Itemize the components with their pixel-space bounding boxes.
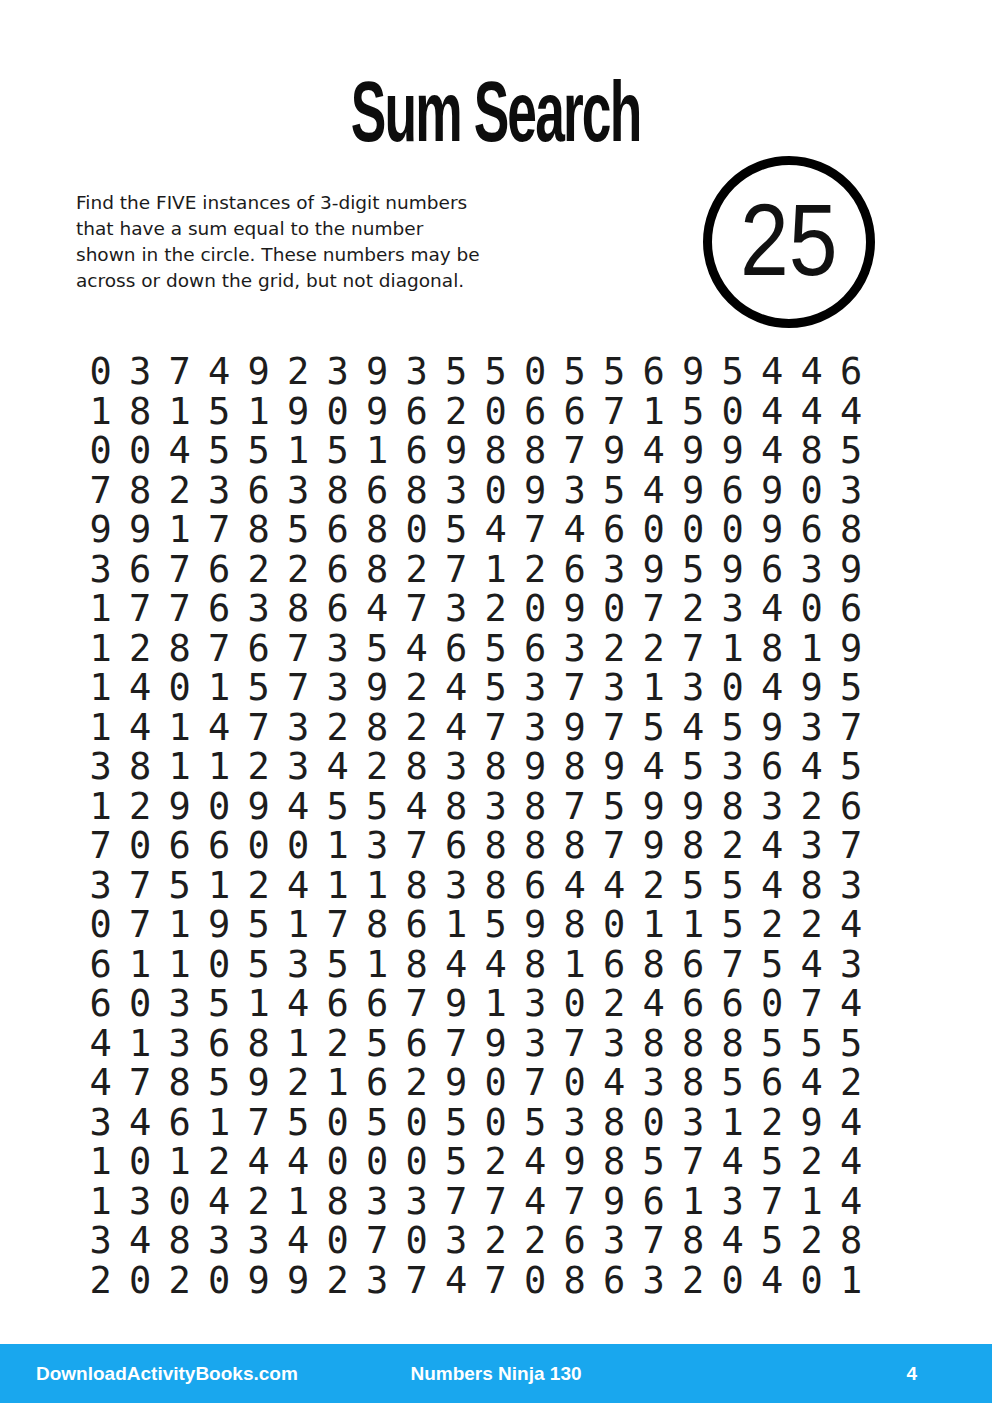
grid-cell[interactable]: 7 — [476, 708, 516, 748]
grid-cell[interactable]: 5 — [476, 668, 516, 708]
grid-cell[interactable]: 6 — [200, 589, 240, 629]
grid-cell[interactable]: 8 — [397, 471, 437, 511]
grid-cell[interactable]: 4 — [634, 747, 674, 787]
grid-cell[interactable]: 4 — [713, 1142, 753, 1182]
grid-cell[interactable]: 6 — [200, 550, 240, 590]
grid-cell[interactable]: 7 — [358, 1221, 398, 1261]
grid-cell[interactable]: 6 — [832, 352, 872, 392]
grid-cell[interactable]: 6 — [792, 510, 832, 550]
grid-cell[interactable]: 4 — [832, 984, 872, 1024]
grid-cell[interactable]: 7 — [121, 866, 161, 906]
grid-cell[interactable]: 8 — [121, 471, 161, 511]
grid-cell[interactable]: 5 — [358, 629, 398, 669]
grid-cell[interactable]: 0 — [121, 826, 161, 866]
grid-cell[interactable]: 9 — [634, 826, 674, 866]
grid-cell[interactable]: 5 — [239, 668, 279, 708]
grid-cell[interactable]: 3 — [358, 1182, 398, 1222]
grid-cell[interactable]: 9 — [792, 1103, 832, 1143]
grid-cell[interactable]: 5 — [792, 1024, 832, 1064]
grid-cell[interactable]: 0 — [200, 787, 240, 827]
grid-cell[interactable]: 3 — [753, 787, 793, 827]
grid-cell[interactable]: 5 — [595, 787, 635, 827]
grid-cell[interactable]: 0 — [753, 984, 793, 1024]
grid-cell[interactable]: 4 — [397, 787, 437, 827]
grid-cell[interactable]: 9 — [516, 471, 556, 511]
grid-cell[interactable]: 7 — [397, 589, 437, 629]
grid-cell[interactable]: 1 — [160, 945, 200, 985]
grid-cell[interactable]: 0 — [318, 1221, 358, 1261]
grid-cell[interactable]: 4 — [634, 984, 674, 1024]
grid-cell[interactable]: 0 — [318, 392, 358, 432]
grid-cell[interactable]: 0 — [476, 471, 516, 511]
grid-cell[interactable]: 1 — [358, 431, 398, 471]
grid-cell[interactable]: 3 — [318, 668, 358, 708]
grid-cell[interactable]: 7 — [437, 550, 477, 590]
grid-cell[interactable]: 0 — [595, 589, 635, 629]
grid-cell[interactable]: 4 — [674, 708, 714, 748]
grid-cell[interactable]: 6 — [634, 1182, 674, 1222]
grid-cell[interactable]: 1 — [200, 668, 240, 708]
grid-cell[interactable]: 3 — [279, 747, 319, 787]
grid-cell[interactable]: 8 — [516, 945, 556, 985]
grid-cell[interactable]: 4 — [397, 629, 437, 669]
grid-cell[interactable]: 4 — [792, 352, 832, 392]
grid-cell[interactable]: 5 — [279, 1103, 319, 1143]
grid-cell[interactable]: 8 — [476, 866, 516, 906]
grid-cell[interactable]: 3 — [437, 1221, 477, 1261]
grid-cell[interactable]: 4 — [437, 945, 477, 985]
grid-cell[interactable]: 5 — [595, 352, 635, 392]
grid-cell[interactable]: 3 — [81, 1103, 121, 1143]
grid-cell[interactable]: 3 — [437, 747, 477, 787]
grid-cell[interactable]: 0 — [516, 589, 556, 629]
grid-cell[interactable]: 8 — [792, 866, 832, 906]
grid-cell[interactable]: 4 — [792, 1063, 832, 1103]
grid-cell[interactable]: 5 — [200, 984, 240, 1024]
grid-cell[interactable]: 6 — [397, 905, 437, 945]
grid-cell[interactable]: 4 — [832, 1182, 872, 1222]
grid-cell[interactable]: 9 — [753, 708, 793, 748]
grid-cell[interactable]: 3 — [555, 1103, 595, 1143]
grid-cell[interactable]: 4 — [595, 866, 635, 906]
grid-cell[interactable]: 3 — [81, 747, 121, 787]
grid-cell[interactable]: 7 — [318, 905, 358, 945]
grid-cell[interactable]: 5 — [358, 1103, 398, 1143]
grid-cell[interactable]: 8 — [476, 826, 516, 866]
grid-cell[interactable]: 2 — [595, 629, 635, 669]
grid-cell[interactable]: 9 — [516, 747, 556, 787]
grid-cell[interactable]: 1 — [792, 629, 832, 669]
grid-cell[interactable]: 2 — [476, 589, 516, 629]
grid-cell[interactable]: 7 — [81, 826, 121, 866]
grid-cell[interactable]: 7 — [437, 1182, 477, 1222]
grid-cell[interactable]: 5 — [358, 787, 398, 827]
grid-cell[interactable]: 7 — [516, 510, 556, 550]
grid-cell[interactable]: 9 — [279, 392, 319, 432]
grid-cell[interactable]: 1 — [358, 866, 398, 906]
grid-cell[interactable]: 4 — [753, 826, 793, 866]
grid-cell[interactable]: 5 — [753, 1024, 793, 1064]
grid-cell[interactable]: 4 — [832, 392, 872, 432]
grid-cell[interactable]: 0 — [792, 589, 832, 629]
grid-cell[interactable]: 2 — [81, 1261, 121, 1301]
grid-cell[interactable]: 6 — [160, 1103, 200, 1143]
grid-cell[interactable]: 6 — [239, 629, 279, 669]
grid-cell[interactable]: 8 — [239, 1024, 279, 1064]
grid-cell[interactable]: 3 — [674, 668, 714, 708]
grid-cell[interactable]: 7 — [595, 826, 635, 866]
grid-cell[interactable]: 6 — [200, 826, 240, 866]
grid-cell[interactable]: 2 — [397, 550, 437, 590]
grid-cell[interactable]: 2 — [121, 629, 161, 669]
grid-cell[interactable]: 7 — [832, 826, 872, 866]
grid-cell[interactable]: 7 — [476, 1182, 516, 1222]
grid-cell[interactable]: 1 — [318, 826, 358, 866]
grid-cell[interactable]: 0 — [476, 1103, 516, 1143]
grid-cell[interactable]: 3 — [792, 550, 832, 590]
grid-cell[interactable]: 2 — [516, 1221, 556, 1261]
grid-cell[interactable]: 0 — [713, 1261, 753, 1301]
grid-cell[interactable]: 9 — [634, 787, 674, 827]
grid-cell[interactable]: 5 — [595, 471, 635, 511]
grid-cell[interactable]: 8 — [634, 1024, 674, 1064]
grid-cell[interactable]: 2 — [476, 1221, 516, 1261]
grid-cell[interactable]: 6 — [555, 392, 595, 432]
grid-cell[interactable]: 4 — [279, 984, 319, 1024]
grid-cell[interactable]: 8 — [753, 629, 793, 669]
grid-cell[interactable]: 4 — [634, 431, 674, 471]
grid-cell[interactable]: 0 — [200, 1261, 240, 1301]
grid-cell[interactable]: 7 — [160, 589, 200, 629]
grid-cell[interactable]: 5 — [200, 392, 240, 432]
grid-cell[interactable]: 0 — [397, 510, 437, 550]
grid-cell[interactable]: 2 — [160, 471, 200, 511]
grid-cell[interactable]: 4 — [437, 1261, 477, 1301]
grid-cell[interactable]: 2 — [595, 984, 635, 1024]
grid-cell[interactable]: 3 — [516, 668, 556, 708]
grid-cell[interactable]: 8 — [476, 431, 516, 471]
grid-cell[interactable]: 2 — [239, 747, 279, 787]
grid-cell[interactable]: 4 — [476, 510, 516, 550]
grid-cell[interactable]: 3 — [595, 668, 635, 708]
grid-cell[interactable]: 7 — [397, 1261, 437, 1301]
grid-cell[interactable]: 9 — [555, 589, 595, 629]
grid-cell[interactable]: 9 — [713, 550, 753, 590]
grid-cell[interactable]: 7 — [674, 629, 714, 669]
grid-cell[interactable]: 1 — [279, 1024, 319, 1064]
grid-cell[interactable]: 4 — [713, 1221, 753, 1261]
grid-cell[interactable]: 8 — [397, 866, 437, 906]
grid-cell[interactable]: 3 — [397, 1182, 437, 1222]
grid-cell[interactable]: 8 — [121, 392, 161, 432]
grid-cell[interactable]: 8 — [516, 826, 556, 866]
grid-cell[interactable]: 6 — [437, 629, 477, 669]
grid-cell[interactable]: 5 — [674, 866, 714, 906]
grid-cell[interactable]: 5 — [239, 945, 279, 985]
grid-cell[interactable]: 8 — [160, 1063, 200, 1103]
grid-cell[interactable]: 8 — [555, 747, 595, 787]
grid-cell[interactable]: 0 — [516, 1261, 556, 1301]
grid-cell[interactable]: 7 — [121, 1063, 161, 1103]
grid-cell[interactable]: 6 — [753, 550, 793, 590]
grid-cell[interactable]: 5 — [555, 352, 595, 392]
grid-cell[interactable]: 6 — [516, 629, 556, 669]
grid-cell[interactable]: 5 — [437, 352, 477, 392]
grid-cell[interactable]: 6 — [832, 787, 872, 827]
grid-cell[interactable]: 5 — [318, 431, 358, 471]
grid-cell[interactable]: 9 — [595, 431, 635, 471]
grid-cell[interactable]: 3 — [595, 550, 635, 590]
grid-cell[interactable]: 2 — [358, 747, 398, 787]
grid-cell[interactable]: 7 — [476, 1261, 516, 1301]
grid-cell[interactable]: 8 — [358, 510, 398, 550]
grid-cell[interactable]: 9 — [753, 471, 793, 511]
grid-cell[interactable]: 6 — [81, 984, 121, 1024]
grid-cell[interactable]: 2 — [397, 1063, 437, 1103]
grid-cell[interactable]: 2 — [239, 866, 279, 906]
grid-cell[interactable]: 2 — [279, 352, 319, 392]
grid-cell[interactable]: 8 — [555, 1261, 595, 1301]
grid-cell[interactable]: 4 — [279, 787, 319, 827]
grid-cell[interactable]: 0 — [81, 431, 121, 471]
grid-cell[interactable]: 9 — [516, 905, 556, 945]
grid-cell[interactable]: 7 — [397, 826, 437, 866]
grid-cell[interactable]: 3 — [81, 1221, 121, 1261]
grid-cell[interactable]: 8 — [674, 1024, 714, 1064]
grid-cell[interactable]: 4 — [200, 352, 240, 392]
grid-cell[interactable]: 3 — [792, 826, 832, 866]
grid-cell[interactable]: 1 — [160, 708, 200, 748]
grid-cell[interactable]: 1 — [81, 629, 121, 669]
grid-cell[interactable]: 5 — [200, 1063, 240, 1103]
grid-cell[interactable]: 7 — [200, 629, 240, 669]
grid-cell[interactable]: 2 — [753, 1103, 793, 1143]
grid-cell[interactable]: 8 — [832, 1221, 872, 1261]
grid-cell[interactable]: 3 — [437, 589, 477, 629]
grid-cell[interactable]: 4 — [753, 431, 793, 471]
grid-cell[interactable]: 1 — [160, 392, 200, 432]
grid-cell[interactable]: 7 — [792, 984, 832, 1024]
grid-cell[interactable]: 2 — [239, 1182, 279, 1222]
grid-cell[interactable]: 2 — [318, 1261, 358, 1301]
grid-cell[interactable]: 4 — [279, 1142, 319, 1182]
grid-cell[interactable]: 0 — [239, 826, 279, 866]
grid-cell[interactable]: 6 — [318, 589, 358, 629]
grid-cell[interactable]: 2 — [792, 905, 832, 945]
grid-cell[interactable]: 3 — [713, 747, 753, 787]
grid-cell[interactable]: 3 — [792, 708, 832, 748]
grid-cell[interactable]: 9 — [674, 471, 714, 511]
grid-cell[interactable]: 4 — [832, 1103, 872, 1143]
grid-cell[interactable]: 2 — [792, 787, 832, 827]
grid-cell[interactable]: 7 — [555, 431, 595, 471]
grid-cell[interactable]: 9 — [792, 668, 832, 708]
grid-cell[interactable]: 1 — [555, 945, 595, 985]
grid-cell[interactable]: 4 — [437, 668, 477, 708]
grid-cell[interactable]: 3 — [713, 589, 753, 629]
grid-cell[interactable]: 0 — [397, 1103, 437, 1143]
grid-cell[interactable]: 5 — [200, 431, 240, 471]
grid-cell[interactable]: 5 — [318, 945, 358, 985]
grid-cell[interactable]: 6 — [239, 471, 279, 511]
grid-cell[interactable]: 6 — [121, 550, 161, 590]
grid-cell[interactable]: 5 — [358, 1024, 398, 1064]
grid-cell[interactable]: 3 — [555, 629, 595, 669]
grid-cell[interactable]: 9 — [595, 1182, 635, 1222]
grid-cell[interactable]: 1 — [792, 1182, 832, 1222]
grid-cell[interactable]: 3 — [437, 866, 477, 906]
grid-cell[interactable]: 4 — [476, 945, 516, 985]
grid-cell[interactable]: 9 — [358, 352, 398, 392]
grid-cell[interactable]: 6 — [595, 1261, 635, 1301]
grid-cell[interactable]: 0 — [634, 1103, 674, 1143]
grid-cell[interactable]: 4 — [318, 747, 358, 787]
grid-cell[interactable]: 9 — [81, 510, 121, 550]
grid-cell[interactable]: 1 — [81, 787, 121, 827]
grid-cell[interactable]: 3 — [713, 1182, 753, 1222]
grid-cell[interactable]: 3 — [239, 589, 279, 629]
grid-cell[interactable]: 3 — [81, 866, 121, 906]
grid-cell[interactable]: 9 — [358, 668, 398, 708]
grid-cell[interactable]: 9 — [595, 747, 635, 787]
grid-cell[interactable]: 3 — [81, 550, 121, 590]
grid-cell[interactable]: 1 — [160, 905, 200, 945]
grid-cell[interactable]: 7 — [595, 392, 635, 432]
grid-cell[interactable]: 8 — [476, 747, 516, 787]
grid-cell[interactable]: 2 — [160, 1261, 200, 1301]
grid-cell[interactable]: 5 — [713, 1063, 753, 1103]
grid-cell[interactable]: 4 — [358, 589, 398, 629]
grid-cell[interactable]: 1 — [437, 905, 477, 945]
grid-cell[interactable]: 1 — [200, 747, 240, 787]
grid-cell[interactable]: 1 — [160, 510, 200, 550]
grid-cell[interactable]: 3 — [832, 471, 872, 511]
grid-cell[interactable]: 5 — [476, 629, 516, 669]
grid-cell[interactable]: 8 — [674, 1221, 714, 1261]
grid-cell[interactable]: 4 — [121, 668, 161, 708]
grid-cell[interactable]: 2 — [239, 550, 279, 590]
grid-cell[interactable]: 4 — [753, 392, 793, 432]
grid-cell[interactable]: 1 — [634, 668, 674, 708]
grid-cell[interactable]: 2 — [437, 392, 477, 432]
grid-cell[interactable]: 0 — [792, 1261, 832, 1301]
grid-cell[interactable]: 0 — [121, 1142, 161, 1182]
grid-cell[interactable]: 8 — [279, 589, 319, 629]
grid-cell[interactable]: 7 — [160, 352, 200, 392]
grid-cell[interactable]: 8 — [318, 471, 358, 511]
grid-cell[interactable]: 0 — [476, 392, 516, 432]
grid-cell[interactable]: 0 — [318, 1142, 358, 1182]
grid-cell[interactable]: 4 — [792, 747, 832, 787]
grid-cell[interactable]: 3 — [318, 629, 358, 669]
grid-cell[interactable]: 8 — [713, 787, 753, 827]
grid-cell[interactable]: 1 — [81, 708, 121, 748]
grid-cell[interactable]: 8 — [397, 945, 437, 985]
grid-cell[interactable]: 1 — [318, 866, 358, 906]
grid-cell[interactable]: 6 — [516, 392, 556, 432]
grid-cell[interactable]: 6 — [318, 510, 358, 550]
grid-cell[interactable]: 1 — [279, 1182, 319, 1222]
grid-cell[interactable]: 9 — [634, 550, 674, 590]
grid-cell[interactable]: 7 — [121, 905, 161, 945]
grid-cell[interactable]: 5 — [753, 1142, 793, 1182]
grid-cell[interactable]: 4 — [832, 1142, 872, 1182]
grid-cell[interactable]: 3 — [832, 866, 872, 906]
grid-cell[interactable]: 5 — [239, 905, 279, 945]
grid-cell[interactable]: 1 — [279, 431, 319, 471]
grid-cell[interactable]: 0 — [792, 471, 832, 511]
grid-cell[interactable]: 0 — [397, 1221, 437, 1261]
grid-cell[interactable]: 2 — [713, 826, 753, 866]
grid-cell[interactable]: 9 — [437, 1063, 477, 1103]
grid-cell[interactable]: 6 — [555, 1221, 595, 1261]
grid-cell[interactable]: 4 — [200, 708, 240, 748]
grid-cell[interactable]: 0 — [516, 352, 556, 392]
grid-cell[interactable]: 5 — [713, 708, 753, 748]
grid-cell[interactable]: 9 — [555, 1142, 595, 1182]
grid-cell[interactable]: 4 — [81, 1063, 121, 1103]
grid-cell[interactable]: 6 — [397, 431, 437, 471]
grid-cell[interactable]: 0 — [279, 826, 319, 866]
grid-cell[interactable]: 6 — [713, 471, 753, 511]
grid-cell[interactable]: 8 — [516, 431, 556, 471]
grid-cell[interactable]: 8 — [397, 747, 437, 787]
grid-cell[interactable]: 3 — [595, 1024, 635, 1064]
grid-cell[interactable]: 2 — [634, 629, 674, 669]
grid-cell[interactable]: 6 — [555, 550, 595, 590]
grid-cell[interactable]: 0 — [713, 668, 753, 708]
grid-cell[interactable]: 4 — [516, 1142, 556, 1182]
grid-cell[interactable]: 3 — [674, 1103, 714, 1143]
grid-cell[interactable]: 5 — [437, 1103, 477, 1143]
grid-cell[interactable]: 0 — [121, 431, 161, 471]
grid-cell[interactable]: 6 — [358, 471, 398, 511]
grid-cell[interactable]: 8 — [674, 1063, 714, 1103]
grid-cell[interactable]: 1 — [160, 747, 200, 787]
grid-cell[interactable]: 5 — [516, 1103, 556, 1143]
grid-cell[interactable]: 1 — [476, 984, 516, 1024]
grid-cell[interactable]: 8 — [437, 787, 477, 827]
grid-cell[interactable]: 2 — [516, 550, 556, 590]
grid-cell[interactable]: 4 — [279, 866, 319, 906]
grid-cell[interactable]: 3 — [358, 1261, 398, 1301]
grid-cell[interactable]: 6 — [753, 1063, 793, 1103]
grid-cell[interactable]: 2 — [318, 1024, 358, 1064]
grid-cell[interactable]: 1 — [832, 1261, 872, 1301]
grid-cell[interactable]: 7 — [674, 1142, 714, 1182]
grid-cell[interactable]: 5 — [437, 510, 477, 550]
grid-cell[interactable]: 3 — [279, 708, 319, 748]
grid-cell[interactable]: 2 — [397, 708, 437, 748]
grid-cell[interactable]: 0 — [595, 905, 635, 945]
grid-cell[interactable]: 1 — [674, 905, 714, 945]
grid-cell[interactable]: 2 — [318, 708, 358, 748]
grid-cell[interactable]: 3 — [160, 984, 200, 1024]
grid-cell[interactable]: 6 — [595, 945, 635, 985]
grid-cell[interactable]: 5 — [753, 945, 793, 985]
grid-cell[interactable]: 3 — [555, 471, 595, 511]
grid-cell[interactable]: 4 — [753, 668, 793, 708]
grid-cell[interactable]: 1 — [200, 866, 240, 906]
grid-cell[interactable]: 9 — [437, 984, 477, 1024]
grid-cell[interactable]: 5 — [753, 1221, 793, 1261]
grid-cell[interactable]: 4 — [239, 1142, 279, 1182]
grid-cell[interactable]: 9 — [121, 510, 161, 550]
grid-cell[interactable]: 4 — [753, 589, 793, 629]
grid-cell[interactable]: 7 — [397, 984, 437, 1024]
grid-cell[interactable]: 1 — [81, 668, 121, 708]
grid-cell[interactable]: 2 — [753, 905, 793, 945]
